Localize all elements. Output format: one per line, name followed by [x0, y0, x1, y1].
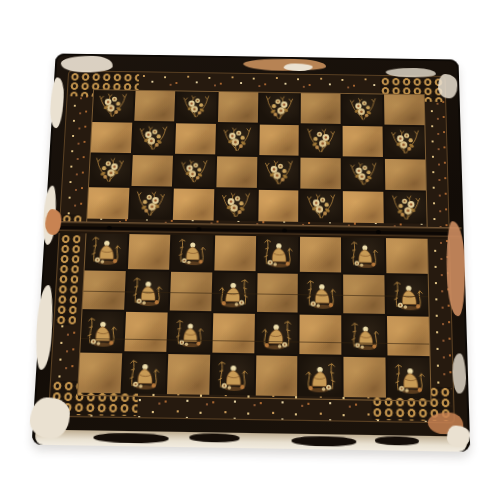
square-a5 [87, 187, 129, 219]
square-f5 [301, 191, 342, 223]
gilt-floral-motif [388, 194, 424, 222]
square-c2 [168, 313, 211, 353]
square-h6 [385, 159, 426, 191]
square-e5 [258, 190, 299, 222]
square-b7 [133, 123, 174, 154]
square-d4 [214, 232, 256, 271]
square-c7 [175, 123, 216, 154]
gilt-figure-motif [347, 238, 381, 269]
square-f2 [300, 315, 342, 355]
square-g4 [343, 234, 384, 273]
decor-border [48, 70, 455, 423]
square-c8 [176, 91, 217, 122]
square-b2 [124, 312, 167, 352]
square-c1 [167, 354, 210, 395]
gilt-figure-motif [87, 233, 125, 266]
square-e4 [257, 233, 298, 272]
square-b1 [122, 353, 166, 394]
gilt-figure-motif [125, 356, 163, 391]
lower-leaf [78, 230, 430, 398]
photo-background [0, 0, 500, 500]
square-h8 [384, 95, 424, 126]
gilt-floral-motif [261, 159, 297, 186]
square-g7 [343, 126, 383, 157]
gilt-floral-motif [346, 161, 380, 187]
square-g6 [343, 158, 384, 190]
gilt-figure-motif [172, 316, 207, 348]
gilt-figure-motif [258, 317, 295, 351]
gilt-figure-motif [260, 236, 296, 269]
gilt-floral-motif [346, 97, 379, 122]
gilt-floral-motif [95, 92, 131, 118]
gilt-floral-motif [218, 191, 254, 219]
square-a3 [83, 270, 126, 309]
square-h2 [387, 316, 429, 356]
square-c3 [169, 272, 211, 311]
square-b4 [128, 231, 170, 270]
gilt-figure-motif [390, 360, 428, 395]
square-e6 [258, 157, 299, 189]
square-a2 [80, 311, 124, 351]
square-b8 [134, 91, 175, 122]
square-g1 [344, 357, 386, 398]
square-g8 [343, 94, 383, 125]
gilt-floral-motif [303, 127, 338, 154]
gilt-floral-motif [179, 94, 212, 119]
gilt-floral-motif [132, 190, 169, 218]
gilt-figure-motif [302, 359, 339, 394]
square-h4 [386, 235, 428, 274]
square-a6 [89, 154, 131, 186]
wear-patch [452, 353, 467, 393]
square-e8 [259, 93, 299, 124]
gilt-figure-motif [389, 278, 426, 312]
square-e2 [256, 314, 298, 354]
gilt-floral-motif [303, 193, 339, 221]
square-b6 [131, 155, 172, 187]
wear-patch [49, 77, 65, 128]
square-h5 [385, 192, 426, 224]
square-e3 [256, 273, 298, 312]
gilt-figure-motif [175, 235, 210, 266]
square-d2 [212, 313, 254, 353]
square-d8 [218, 92, 258, 123]
square-h3 [387, 275, 429, 314]
square-a8 [92, 90, 133, 121]
gilt-floral-motif [387, 129, 423, 156]
square-a7 [91, 122, 132, 153]
gilt-figure-motif [83, 314, 121, 348]
gilt-figure-motif [347, 319, 382, 351]
square-g2 [344, 315, 386, 355]
square-f6 [301, 158, 341, 190]
gilt-floral-motif [219, 126, 255, 153]
gilt-floral-motif [92, 157, 129, 184]
square-a4 [85, 230, 128, 269]
square-g5 [343, 191, 384, 223]
square-c4 [171, 232, 213, 271]
wear-patch [42, 186, 58, 245]
playing-area [78, 90, 430, 400]
square-d7 [217, 124, 258, 155]
square-f8 [301, 93, 341, 124]
square-d1 [211, 355, 254, 396]
square-b5 [130, 188, 172, 220]
worn-base-edge [35, 430, 467, 452]
gilt-figure-motif [302, 277, 338, 311]
chess-board [32, 53, 471, 451]
square-a1 [78, 353, 122, 394]
square-d3 [213, 272, 255, 311]
square-d6 [216, 156, 257, 188]
square-e7 [259, 125, 299, 156]
square-h1 [388, 358, 431, 399]
square-f3 [300, 274, 341, 313]
square-g3 [343, 275, 385, 314]
gilt-floral-motif [262, 95, 297, 121]
gilt-figure-motif [214, 358, 252, 393]
gilt-floral-motif [177, 159, 211, 184]
wear-patch [284, 63, 313, 71]
gilt-floral-motif [135, 125, 171, 152]
square-e1 [255, 355, 297, 396]
square-c6 [174, 156, 215, 188]
upper-leaf [87, 90, 426, 224]
gilt-figure-motif [129, 274, 167, 308]
square-f1 [300, 356, 342, 397]
wear-patch [243, 58, 326, 71]
square-c5 [173, 189, 214, 221]
gilt-figure-motif [216, 275, 253, 309]
square-b3 [126, 271, 169, 310]
square-f7 [301, 125, 341, 156]
square-d5 [215, 189, 256, 221]
square-h7 [385, 126, 426, 157]
square-f4 [300, 234, 341, 273]
